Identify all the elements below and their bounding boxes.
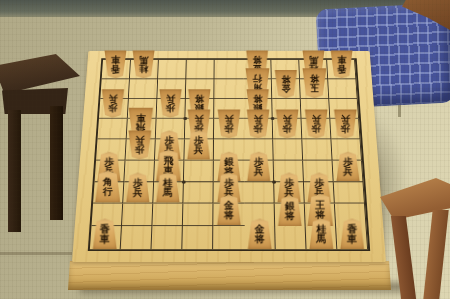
square-8a: 桂馬 xyxy=(130,60,159,79)
square-1a: 香車 xyxy=(327,60,356,79)
square-6e: 歩兵 xyxy=(185,139,215,160)
sente-piece-4i: 金将 xyxy=(247,219,272,250)
gote-piece-9a: 香車 xyxy=(104,50,127,78)
gote-piece-8a: 桂馬 xyxy=(132,50,155,78)
square-9a: 香車 xyxy=(102,60,131,79)
square-8g: 歩兵 xyxy=(123,182,154,204)
square-8i xyxy=(121,226,153,249)
board-top-surface: 香車桂馬金将桂馬香車角行金将玉将歩兵歩兵銀将銀将飛車歩兵歩兵歩兵歩兵歩兵歩兵歩兵… xyxy=(72,51,386,262)
square-7a xyxy=(158,60,187,79)
sente-piece-6e: 歩兵 xyxy=(187,130,211,159)
sente-piece-3h: 銀将 xyxy=(277,196,302,226)
square-1d: 歩兵 xyxy=(330,119,360,140)
sente-piece-1i: 香車 xyxy=(340,219,365,250)
square-1g xyxy=(334,182,365,204)
square-7g: 桂馬 xyxy=(153,182,184,204)
gote-piece-1a: 香車 xyxy=(330,50,353,78)
sente-piece-9g: 角行 xyxy=(95,171,121,203)
square-6a xyxy=(187,60,215,79)
square-5a xyxy=(215,60,243,79)
square-9i: 香車 xyxy=(90,226,122,249)
square-7h xyxy=(153,204,184,226)
square-8h xyxy=(122,204,153,226)
square-1b xyxy=(328,79,358,99)
gote-piece-2d: 歩兵 xyxy=(304,110,328,139)
square-3b: 金将 xyxy=(271,79,300,99)
square-1f: 歩兵 xyxy=(332,160,363,181)
gote-piece-5d: 歩兵 xyxy=(217,110,240,139)
square-6f xyxy=(184,160,214,181)
board-grid: 香車桂馬金将桂馬香車角行金将玉将歩兵歩兵銀将銀将飛車歩兵歩兵歩兵歩兵歩兵歩兵歩兵… xyxy=(88,58,370,251)
square-3i xyxy=(275,226,306,249)
side-table-left-leg xyxy=(50,106,63,220)
stool-right-komadai xyxy=(380,178,450,299)
square-5i xyxy=(214,226,245,249)
gote-piece-8e: 歩兵 xyxy=(128,130,152,159)
square-5h: 金将 xyxy=(214,204,245,226)
square-4g xyxy=(244,182,274,204)
photo-scene: 香車桂馬金将桂馬香車角行金将玉将歩兵歩兵銀将銀将飛車歩兵歩兵歩兵歩兵歩兵歩兵歩兵… xyxy=(0,0,450,299)
square-2d: 歩兵 xyxy=(301,119,331,140)
square-3d: 歩兵 xyxy=(272,119,302,140)
shogi-board: 香車桂馬金将桂馬香車角行金将玉将歩兵歩兵銀将銀将飛車歩兵歩兵歩兵歩兵歩兵歩兵歩兵… xyxy=(66,0,396,299)
square-2i: 桂馬 xyxy=(305,226,337,249)
side-table-left-leg xyxy=(8,110,21,232)
square-6h xyxy=(183,204,214,226)
sente-piece-9i: 香車 xyxy=(92,219,117,250)
square-3e xyxy=(273,139,303,160)
square-3h: 銀将 xyxy=(274,204,305,226)
sente-piece-2i: 桂馬 xyxy=(309,219,334,250)
gote-piece-9c: 歩兵 xyxy=(101,89,124,118)
square-8b xyxy=(129,79,158,99)
square-7c: 歩兵 xyxy=(157,99,186,119)
gote-piece-2b: 玉将 xyxy=(302,68,327,98)
sente-piece-1f: 歩兵 xyxy=(336,151,360,181)
tatami-seam-horizontal xyxy=(0,252,72,255)
square-2b: 玉将 xyxy=(300,79,329,99)
square-7i xyxy=(152,226,183,249)
square-2e xyxy=(302,139,332,160)
square-5d: 歩兵 xyxy=(214,119,243,140)
square-9c: 歩兵 xyxy=(99,99,129,119)
sente-piece-7g: 桂馬 xyxy=(156,173,180,203)
square-4d: 歩兵 xyxy=(243,119,272,140)
square-4i: 金将 xyxy=(244,226,275,249)
gote-piece-7c: 歩兵 xyxy=(159,89,182,118)
square-4f: 歩兵 xyxy=(244,160,274,181)
stool-right-leg xyxy=(391,216,416,299)
sente-piece-8g: 歩兵 xyxy=(126,173,150,203)
gote-piece-1d: 歩兵 xyxy=(334,110,358,139)
square-6i xyxy=(183,226,214,249)
square-1i: 香車 xyxy=(336,226,368,249)
stool-right-leg xyxy=(423,210,448,299)
board-front-face xyxy=(68,261,391,290)
gote-piece-3d: 歩兵 xyxy=(275,110,299,139)
square-9g: 角行 xyxy=(93,182,124,204)
square-8e: 歩兵 xyxy=(126,139,156,160)
gote-piece-4d: 歩兵 xyxy=(246,110,269,139)
square-5b xyxy=(215,79,244,99)
sente-piece-5h: 金将 xyxy=(217,195,242,225)
gote-piece-3b: 金将 xyxy=(274,70,297,98)
square-6g xyxy=(184,182,214,204)
sente-piece-4f: 歩兵 xyxy=(246,151,270,181)
square-9d xyxy=(97,119,127,140)
